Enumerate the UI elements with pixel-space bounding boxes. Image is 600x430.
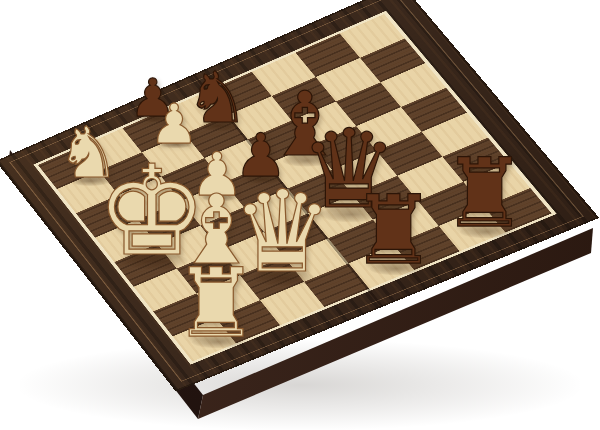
black-rook-e8[interactable]: ♜ (351, 183, 437, 278)
chess-board-photo-scene: ♟♞♟♝♟♞♟♛♜♚♜♝♛♜ (0, 0, 600, 430)
white-rook-a8[interactable]: ♜ (173, 256, 259, 351)
black-rook-g8[interactable]: ♜ (442, 146, 528, 241)
